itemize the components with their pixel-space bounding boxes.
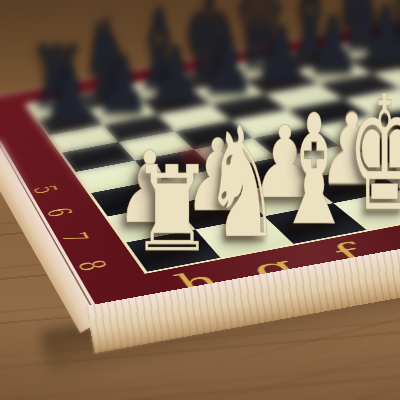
photo-frame: Folding wooden chess set on a wooden tab… [0, 0, 400, 400]
depth-of-field-blur-near [0, 0, 400, 400]
